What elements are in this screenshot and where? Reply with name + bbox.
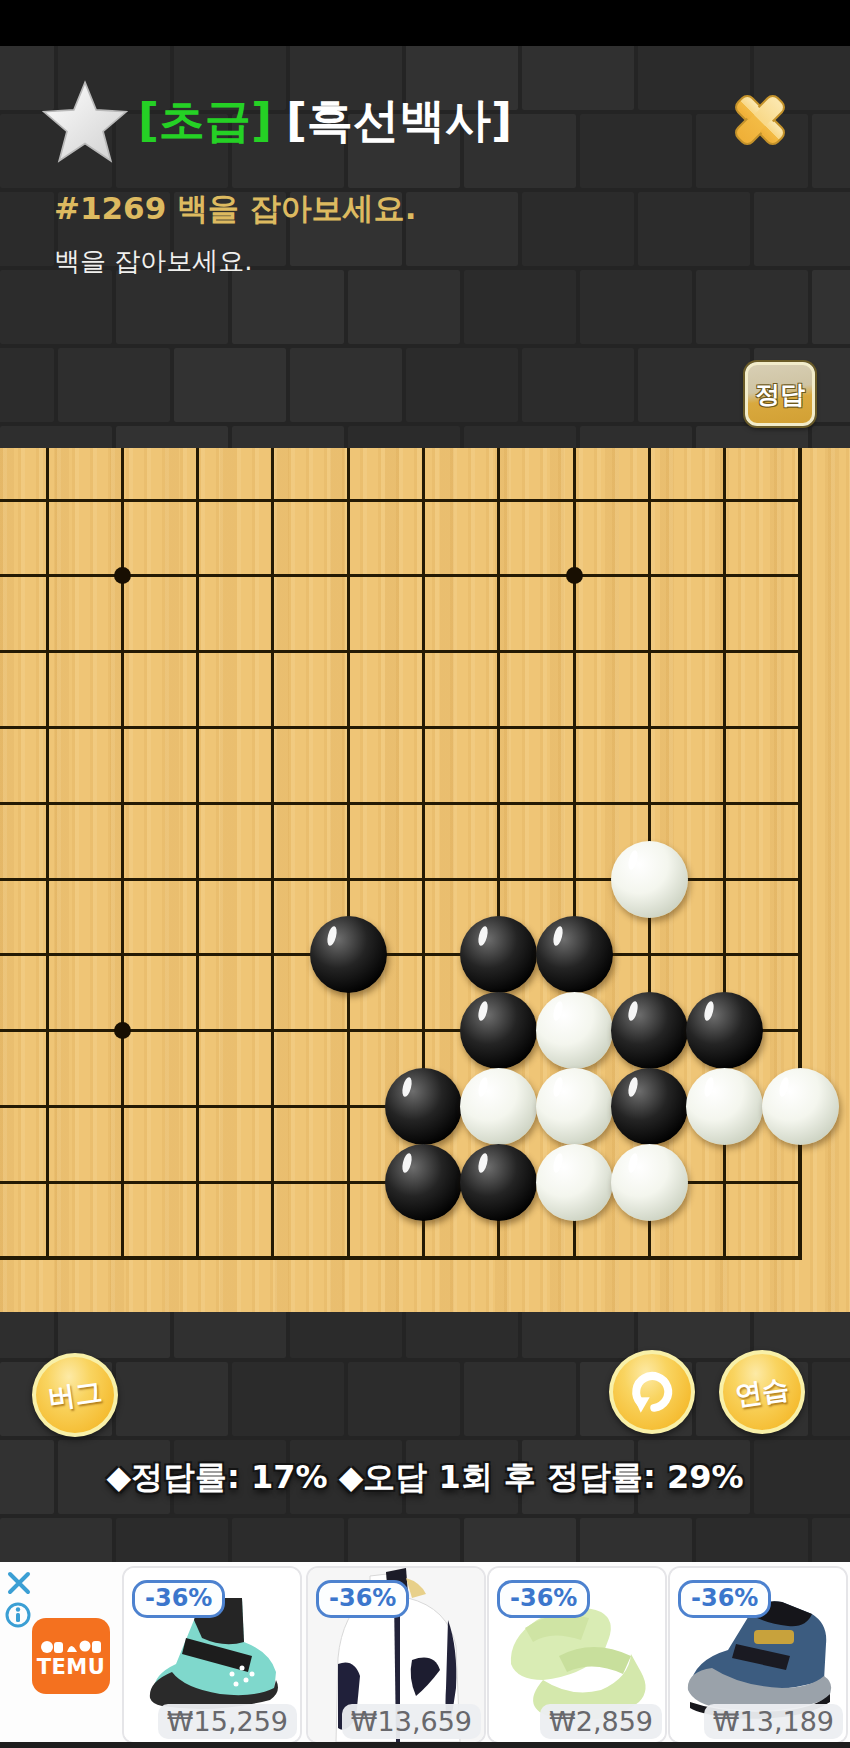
ad-close-icon[interactable] (6, 1570, 32, 1596)
puzzle-instruction: #1269 백을 잡아보세요. (54, 188, 417, 230)
grid-line-horizontal (0, 650, 802, 653)
black-stone-O2 (385, 1144, 462, 1221)
bug-button-label: 버그 (46, 1373, 104, 1416)
star-point (114, 567, 131, 584)
white-stone-R6 (611, 841, 688, 918)
page-title: [초급][흑선백사] (138, 88, 512, 152)
temu-logo[interactable]: TEMU (32, 1618, 110, 1694)
product-price: ₩2,859 (540, 1704, 662, 1739)
discount-badge: -36% (497, 1580, 590, 1618)
grid-line-vertical (196, 448, 199, 1260)
discount-badge: -36% (678, 1580, 771, 1618)
grid-line-vertical (46, 448, 49, 1260)
reset-arrow-icon (626, 1366, 678, 1418)
white-stone-P3 (460, 1068, 537, 1145)
temu-mascots-icon (40, 1634, 102, 1656)
bug-report-button[interactable]: 버그 (32, 1353, 118, 1437)
black-stone-R3 (611, 1068, 688, 1145)
answer-button-label: 정답 (755, 378, 805, 411)
temu-brand-text: TEMU (37, 1656, 106, 1678)
white-stone-Q2 (536, 1144, 613, 1221)
status-bar (0, 0, 850, 46)
black-stone-P2 (460, 1144, 537, 1221)
white-stone-S3 (686, 1068, 763, 1145)
go-board[interactable] (0, 448, 850, 1312)
white-stone-R2 (611, 1144, 688, 1221)
grid-line-vertical (347, 448, 350, 1260)
black-stone-R4 (611, 992, 688, 1069)
grid-line-horizontal (0, 802, 802, 805)
white-stone-Q3 (536, 1068, 613, 1145)
puzzle-type-title: [흑선백사] (286, 93, 512, 147)
ad-product-card-1[interactable]: -36% ₩15,259 (122, 1566, 302, 1744)
discount-badge: -36% (132, 1580, 225, 1618)
white-stone-Q4 (536, 992, 613, 1069)
level-tag: [초급] (138, 93, 272, 147)
grid-line-horizontal (0, 953, 802, 956)
black-stone-Q5 (536, 916, 613, 993)
ad-banner: TEMU -36% ₩15,259 (0, 1562, 850, 1748)
screen-bottom-strip (0, 1742, 850, 1748)
star-point (114, 1022, 131, 1039)
ad-product-card-2[interactable]: -36% ₩13,659 (306, 1566, 486, 1744)
ad-info-icon[interactable] (5, 1602, 31, 1628)
grid-line-horizontal (0, 1256, 802, 1260)
white-stone-T3 (762, 1068, 839, 1145)
grid-line-horizontal (0, 726, 802, 729)
practice-button[interactable]: 연습 (719, 1350, 805, 1434)
favorite-star-icon[interactable] (42, 80, 128, 164)
puzzle-subtitle: 백을 잡아보세요. (54, 244, 253, 279)
ad-product-card-3[interactable]: -36% ₩2,859 (487, 1566, 667, 1744)
ad-product-card-4[interactable]: -36% ₩13,189 (668, 1566, 848, 1744)
product-price: ₩13,189 (704, 1704, 843, 1739)
practice-button-label: 연습 (733, 1370, 791, 1413)
product-price: ₩15,259 (158, 1704, 297, 1739)
black-stone-N5 (310, 916, 387, 993)
grid-line-horizontal (0, 499, 802, 502)
stats-line: ◆정답률: 17% ◆오답 1회 후 정답률: 29% (0, 1456, 850, 1500)
black-stone-S4 (686, 992, 763, 1069)
grid-line-vertical (271, 448, 274, 1260)
answer-button[interactable]: 정답 (745, 362, 815, 426)
close-icon[interactable] (724, 84, 796, 156)
app-screen: [초급][흑선백사] #1269 백을 잡아보세요. 백을 잡아보세요. 정답 … (0, 0, 850, 1748)
discount-badge: -36% (316, 1580, 409, 1618)
black-stone-P4 (460, 992, 537, 1069)
product-price: ₩13,659 (342, 1704, 481, 1739)
star-point (566, 567, 583, 584)
reset-button[interactable] (609, 1350, 695, 1434)
black-stone-O3 (385, 1068, 462, 1145)
